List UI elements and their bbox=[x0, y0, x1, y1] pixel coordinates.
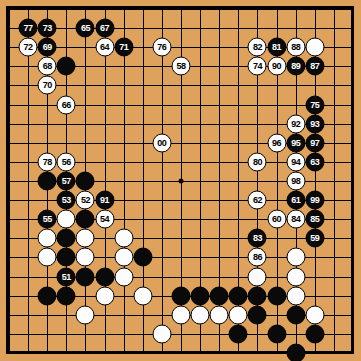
stone-white[interactable] bbox=[152, 324, 171, 343]
stone-black[interactable] bbox=[229, 286, 248, 305]
stone-white-66[interactable]: 66 bbox=[57, 95, 76, 114]
stone-black-75[interactable]: 75 bbox=[305, 95, 324, 114]
stone-white-58[interactable]: 58 bbox=[171, 57, 190, 76]
stone-white-72[interactable]: 72 bbox=[19, 38, 38, 57]
stone-white-88[interactable]: 88 bbox=[286, 38, 305, 57]
stone-white-62[interactable]: 62 bbox=[248, 191, 267, 210]
stone-white[interactable] bbox=[76, 229, 95, 248]
stone-white[interactable] bbox=[191, 305, 210, 324]
stone-white[interactable] bbox=[57, 210, 76, 229]
stone-white-74[interactable]: 74 bbox=[248, 57, 267, 76]
stone-white-56[interactable]: 56 bbox=[57, 152, 76, 171]
stone-black[interactable] bbox=[248, 305, 267, 324]
stone-white-92[interactable]: 92 bbox=[286, 114, 305, 133]
stone-white[interactable] bbox=[38, 248, 57, 267]
stone-black-95[interactable]: 95 bbox=[286, 133, 305, 152]
stone-white-54[interactable]: 54 bbox=[95, 210, 114, 229]
stone-black[interactable] bbox=[76, 210, 95, 229]
stone-white[interactable] bbox=[171, 305, 190, 324]
stone-black[interactable] bbox=[57, 229, 76, 248]
stone-white-94[interactable]: 94 bbox=[286, 152, 305, 171]
stone-black[interactable] bbox=[171, 286, 190, 305]
stone-black[interactable] bbox=[95, 267, 114, 286]
stone-white[interactable] bbox=[76, 305, 95, 324]
stone-white-76[interactable]: 76 bbox=[152, 38, 171, 57]
stone-black[interactable] bbox=[267, 324, 286, 343]
stone-white[interactable] bbox=[38, 229, 57, 248]
stone-white-70[interactable]: 70 bbox=[38, 76, 57, 95]
stone-white[interactable] bbox=[305, 305, 324, 324]
stone-black-73[interactable]: 73 bbox=[38, 19, 57, 38]
stone-white[interactable] bbox=[95, 286, 114, 305]
stone-black-57[interactable]: 57 bbox=[57, 171, 76, 190]
stone-black-87[interactable]: 87 bbox=[305, 57, 324, 76]
stone-black[interactable] bbox=[57, 57, 76, 76]
stone-black-51[interactable]: 51 bbox=[57, 267, 76, 286]
stone-black[interactable] bbox=[57, 286, 76, 305]
stone-white-84[interactable]: 84 bbox=[286, 210, 305, 229]
stone-white-52[interactable]: 52 bbox=[76, 191, 95, 210]
stone-white[interactable] bbox=[286, 267, 305, 286]
stone-white-90[interactable]: 90 bbox=[267, 57, 286, 76]
stone-white-80[interactable]: 80 bbox=[248, 152, 267, 171]
stone-white-96[interactable]: 96 bbox=[267, 133, 286, 152]
stone-black[interactable] bbox=[267, 286, 286, 305]
stone-white[interactable] bbox=[114, 267, 133, 286]
stone-black[interactable] bbox=[38, 286, 57, 305]
stone-black[interactable] bbox=[229, 324, 248, 343]
stone-black-93[interactable]: 93 bbox=[305, 114, 324, 133]
stone-black[interactable] bbox=[133, 248, 152, 267]
stone-black-71[interactable]: 71 bbox=[114, 38, 133, 57]
stone-black-89[interactable]: 89 bbox=[286, 57, 305, 76]
stone-white[interactable] bbox=[133, 286, 152, 305]
stone-black[interactable] bbox=[286, 343, 305, 361]
stone-black-61[interactable]: 61 bbox=[286, 191, 305, 210]
stone-white-82[interactable]: 82 bbox=[248, 38, 267, 57]
stone-white[interactable] bbox=[286, 286, 305, 305]
go-board-diagram: 7773656772696471768281886858749089877066… bbox=[0, 0, 361, 361]
stone-white[interactable] bbox=[305, 38, 324, 57]
stone-black-85[interactable]: 85 bbox=[305, 210, 324, 229]
stone-white-86[interactable]: 86 bbox=[248, 248, 267, 267]
stone-white-78[interactable]: 78 bbox=[38, 152, 57, 171]
stone-black-97[interactable]: 97 bbox=[305, 133, 324, 152]
stone-black[interactable] bbox=[305, 324, 324, 343]
stone-black-59[interactable]: 59 bbox=[305, 229, 324, 248]
stone-black-83[interactable]: 83 bbox=[248, 229, 267, 248]
stone-black[interactable] bbox=[286, 305, 305, 324]
stone-black-55[interactable]: 55 bbox=[38, 210, 57, 229]
stone-white-98[interactable]: 98 bbox=[286, 171, 305, 190]
stone-black-53[interactable]: 53 bbox=[57, 191, 76, 210]
stone-black-81[interactable]: 81 bbox=[267, 38, 286, 57]
stone-white-60[interactable]: 60 bbox=[267, 210, 286, 229]
stone-white[interactable] bbox=[210, 305, 229, 324]
stone-black-69[interactable]: 69 bbox=[38, 38, 57, 57]
stone-white[interactable] bbox=[114, 229, 133, 248]
stone-black-67[interactable]: 67 bbox=[95, 19, 114, 38]
stone-black[interactable] bbox=[248, 286, 267, 305]
stone-black-99[interactable]: 99 bbox=[305, 191, 324, 210]
stone-white[interactable] bbox=[286, 248, 305, 267]
stone-black-63[interactable]: 63 bbox=[305, 152, 324, 171]
stone-white-64[interactable]: 64 bbox=[95, 38, 114, 57]
stone-black[interactable] bbox=[57, 248, 76, 267]
stone-black-91[interactable]: 91 bbox=[95, 191, 114, 210]
star-point bbox=[178, 178, 183, 183]
stone-black[interactable] bbox=[191, 286, 210, 305]
stone-white-00[interactable]: 00 bbox=[152, 133, 171, 152]
stone-white[interactable] bbox=[229, 305, 248, 324]
stone-black-65[interactable]: 65 bbox=[76, 19, 95, 38]
stone-white[interactable] bbox=[114, 248, 133, 267]
stone-black[interactable] bbox=[76, 267, 95, 286]
stone-white[interactable] bbox=[248, 267, 267, 286]
stone-black-77[interactable]: 77 bbox=[19, 19, 38, 38]
stone-white[interactable] bbox=[76, 248, 95, 267]
stone-black[interactable] bbox=[38, 171, 57, 190]
stone-black[interactable] bbox=[76, 171, 95, 190]
stone-black[interactable] bbox=[210, 286, 229, 305]
stone-white-68[interactable]: 68 bbox=[38, 57, 57, 76]
